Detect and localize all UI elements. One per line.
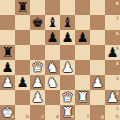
square-h2[interactable]: ♟2	[105, 90, 120, 105]
square-f4[interactable]	[75, 60, 90, 75]
square-c1[interactable]: c	[30, 105, 45, 120]
square-g2[interactable]	[90, 90, 105, 105]
piece-white-pawn[interactable]: ♟	[106, 90, 118, 105]
coord-file-g: g	[101, 114, 104, 119]
piece-black-bishop[interactable]: ♝	[61, 15, 73, 30]
square-g6[interactable]	[90, 30, 105, 45]
chess-board: ♜8♚♝♝7♟♟♟6♜♟5♟♛♞♟4♟♟♟♞♟3♟♛♜♟2♚abcd♜efg1h	[0, 0, 120, 120]
square-d6[interactable]: ♟	[45, 30, 60, 45]
square-b4[interactable]	[15, 60, 30, 75]
piece-white-pawn[interactable]: ♟	[91, 75, 103, 90]
piece-black-bishop[interactable]: ♝	[46, 15, 58, 30]
square-a4[interactable]: ♟	[0, 60, 15, 75]
square-c2[interactable]: ♟	[30, 90, 45, 105]
square-c4[interactable]: ♛	[30, 60, 45, 75]
square-f8[interactable]	[75, 0, 90, 15]
coord-file-f: f	[87, 114, 89, 119]
square-a7[interactable]	[0, 15, 15, 30]
piece-white-knight[interactable]: ♞	[46, 60, 58, 75]
square-h3[interactable]: 3	[105, 75, 120, 90]
piece-white-pawn[interactable]: ♟	[31, 75, 43, 90]
square-d4[interactable]: ♞	[45, 60, 60, 75]
coord-rank-3: 3	[116, 76, 119, 81]
square-c6[interactable]	[30, 30, 45, 45]
coord-file-h: h	[116, 114, 119, 119]
coord-rank-8: 8	[116, 1, 119, 6]
square-a8[interactable]	[0, 0, 15, 15]
square-h1[interactable]: 1h	[105, 105, 120, 120]
square-g3[interactable]: ♟	[90, 75, 105, 90]
square-e4[interactable]: ♟	[60, 60, 75, 75]
square-h7[interactable]: 7	[105, 15, 120, 30]
square-c3[interactable]: ♟	[30, 75, 45, 90]
square-b8[interactable]: ♜	[15, 0, 30, 15]
square-h6[interactable]: 6	[105, 30, 120, 45]
square-b1[interactable]: b	[15, 105, 30, 120]
square-b5[interactable]	[15, 45, 30, 60]
square-g4[interactable]	[90, 60, 105, 75]
square-e3[interactable]	[60, 75, 75, 90]
square-d7[interactable]: ♝	[45, 15, 60, 30]
square-e8[interactable]	[60, 0, 75, 15]
square-f6[interactable]: ♟	[75, 30, 90, 45]
coord-file-c: c	[41, 114, 44, 119]
piece-white-rook[interactable]: ♜	[76, 90, 88, 105]
square-g8[interactable]	[90, 0, 105, 15]
square-a6[interactable]	[0, 30, 15, 45]
square-b7[interactable]	[15, 15, 30, 30]
piece-black-pawn[interactable]: ♟	[61, 30, 73, 45]
piece-white-pawn[interactable]: ♟	[1, 75, 13, 90]
square-a5[interactable]: ♜	[0, 45, 15, 60]
square-b6[interactable]	[15, 30, 30, 45]
coord-rank-1: 1	[116, 106, 119, 111]
square-d5[interactable]	[45, 45, 60, 60]
piece-white-pawn[interactable]: ♟	[31, 90, 43, 105]
piece-black-rook[interactable]: ♜	[1, 45, 13, 60]
coord-rank-7: 7	[116, 16, 119, 21]
piece-black-pawn[interactable]: ♟	[76, 30, 88, 45]
square-f5[interactable]	[75, 45, 90, 60]
square-d2[interactable]	[45, 90, 60, 105]
piece-black-pawn[interactable]: ♟	[106, 45, 118, 60]
piece-black-pawn[interactable]: ♟	[46, 30, 58, 45]
square-e1[interactable]: ♜e	[60, 105, 75, 120]
coord-rank-6: 6	[116, 31, 119, 36]
piece-black-pawn[interactable]: ♟	[1, 60, 13, 75]
square-d1[interactable]: d	[45, 105, 60, 120]
square-h8[interactable]: 8	[105, 0, 120, 15]
square-e2[interactable]: ♛	[60, 90, 75, 105]
square-f3[interactable]	[75, 75, 90, 90]
piece-white-pawn[interactable]: ♟	[61, 60, 73, 75]
piece-white-queen[interactable]: ♛	[31, 60, 43, 75]
square-b3[interactable]: ♟	[15, 75, 30, 90]
coord-rank-4: 4	[116, 61, 119, 66]
square-h4[interactable]: 4	[105, 60, 120, 75]
square-g5[interactable]	[90, 45, 105, 60]
square-d3[interactable]: ♞	[45, 75, 60, 90]
square-d8[interactable]	[45, 0, 60, 15]
piece-white-queen[interactable]: ♛	[61, 90, 73, 105]
square-g1[interactable]: g	[90, 105, 105, 120]
piece-white-knight[interactable]: ♞	[46, 75, 58, 90]
piece-white-rook[interactable]: ♜	[61, 105, 73, 120]
square-a2[interactable]	[0, 90, 15, 105]
square-e5[interactable]	[60, 45, 75, 60]
square-a3[interactable]: ♟	[0, 75, 15, 90]
coord-file-d: d	[56, 114, 59, 119]
square-f7[interactable]	[75, 15, 90, 30]
square-g7[interactable]	[90, 15, 105, 30]
square-c7[interactable]: ♚	[30, 15, 45, 30]
piece-black-pawn[interactable]: ♟	[16, 75, 28, 90]
piece-black-rook[interactable]: ♜	[16, 0, 28, 15]
square-e7[interactable]: ♝	[60, 15, 75, 30]
square-a1[interactable]: ♚a	[0, 105, 15, 120]
square-e6[interactable]: ♟	[60, 30, 75, 45]
square-b2[interactable]	[15, 90, 30, 105]
piece-black-king[interactable]: ♚	[31, 15, 43, 30]
square-f1[interactable]: f	[75, 105, 90, 120]
square-f2[interactable]: ♜	[75, 90, 90, 105]
square-c8[interactable]	[30, 0, 45, 15]
coord-file-b: b	[26, 114, 29, 119]
square-c5[interactable]	[30, 45, 45, 60]
piece-white-king[interactable]: ♚	[1, 105, 13, 120]
square-h5[interactable]: ♟5	[105, 45, 120, 60]
